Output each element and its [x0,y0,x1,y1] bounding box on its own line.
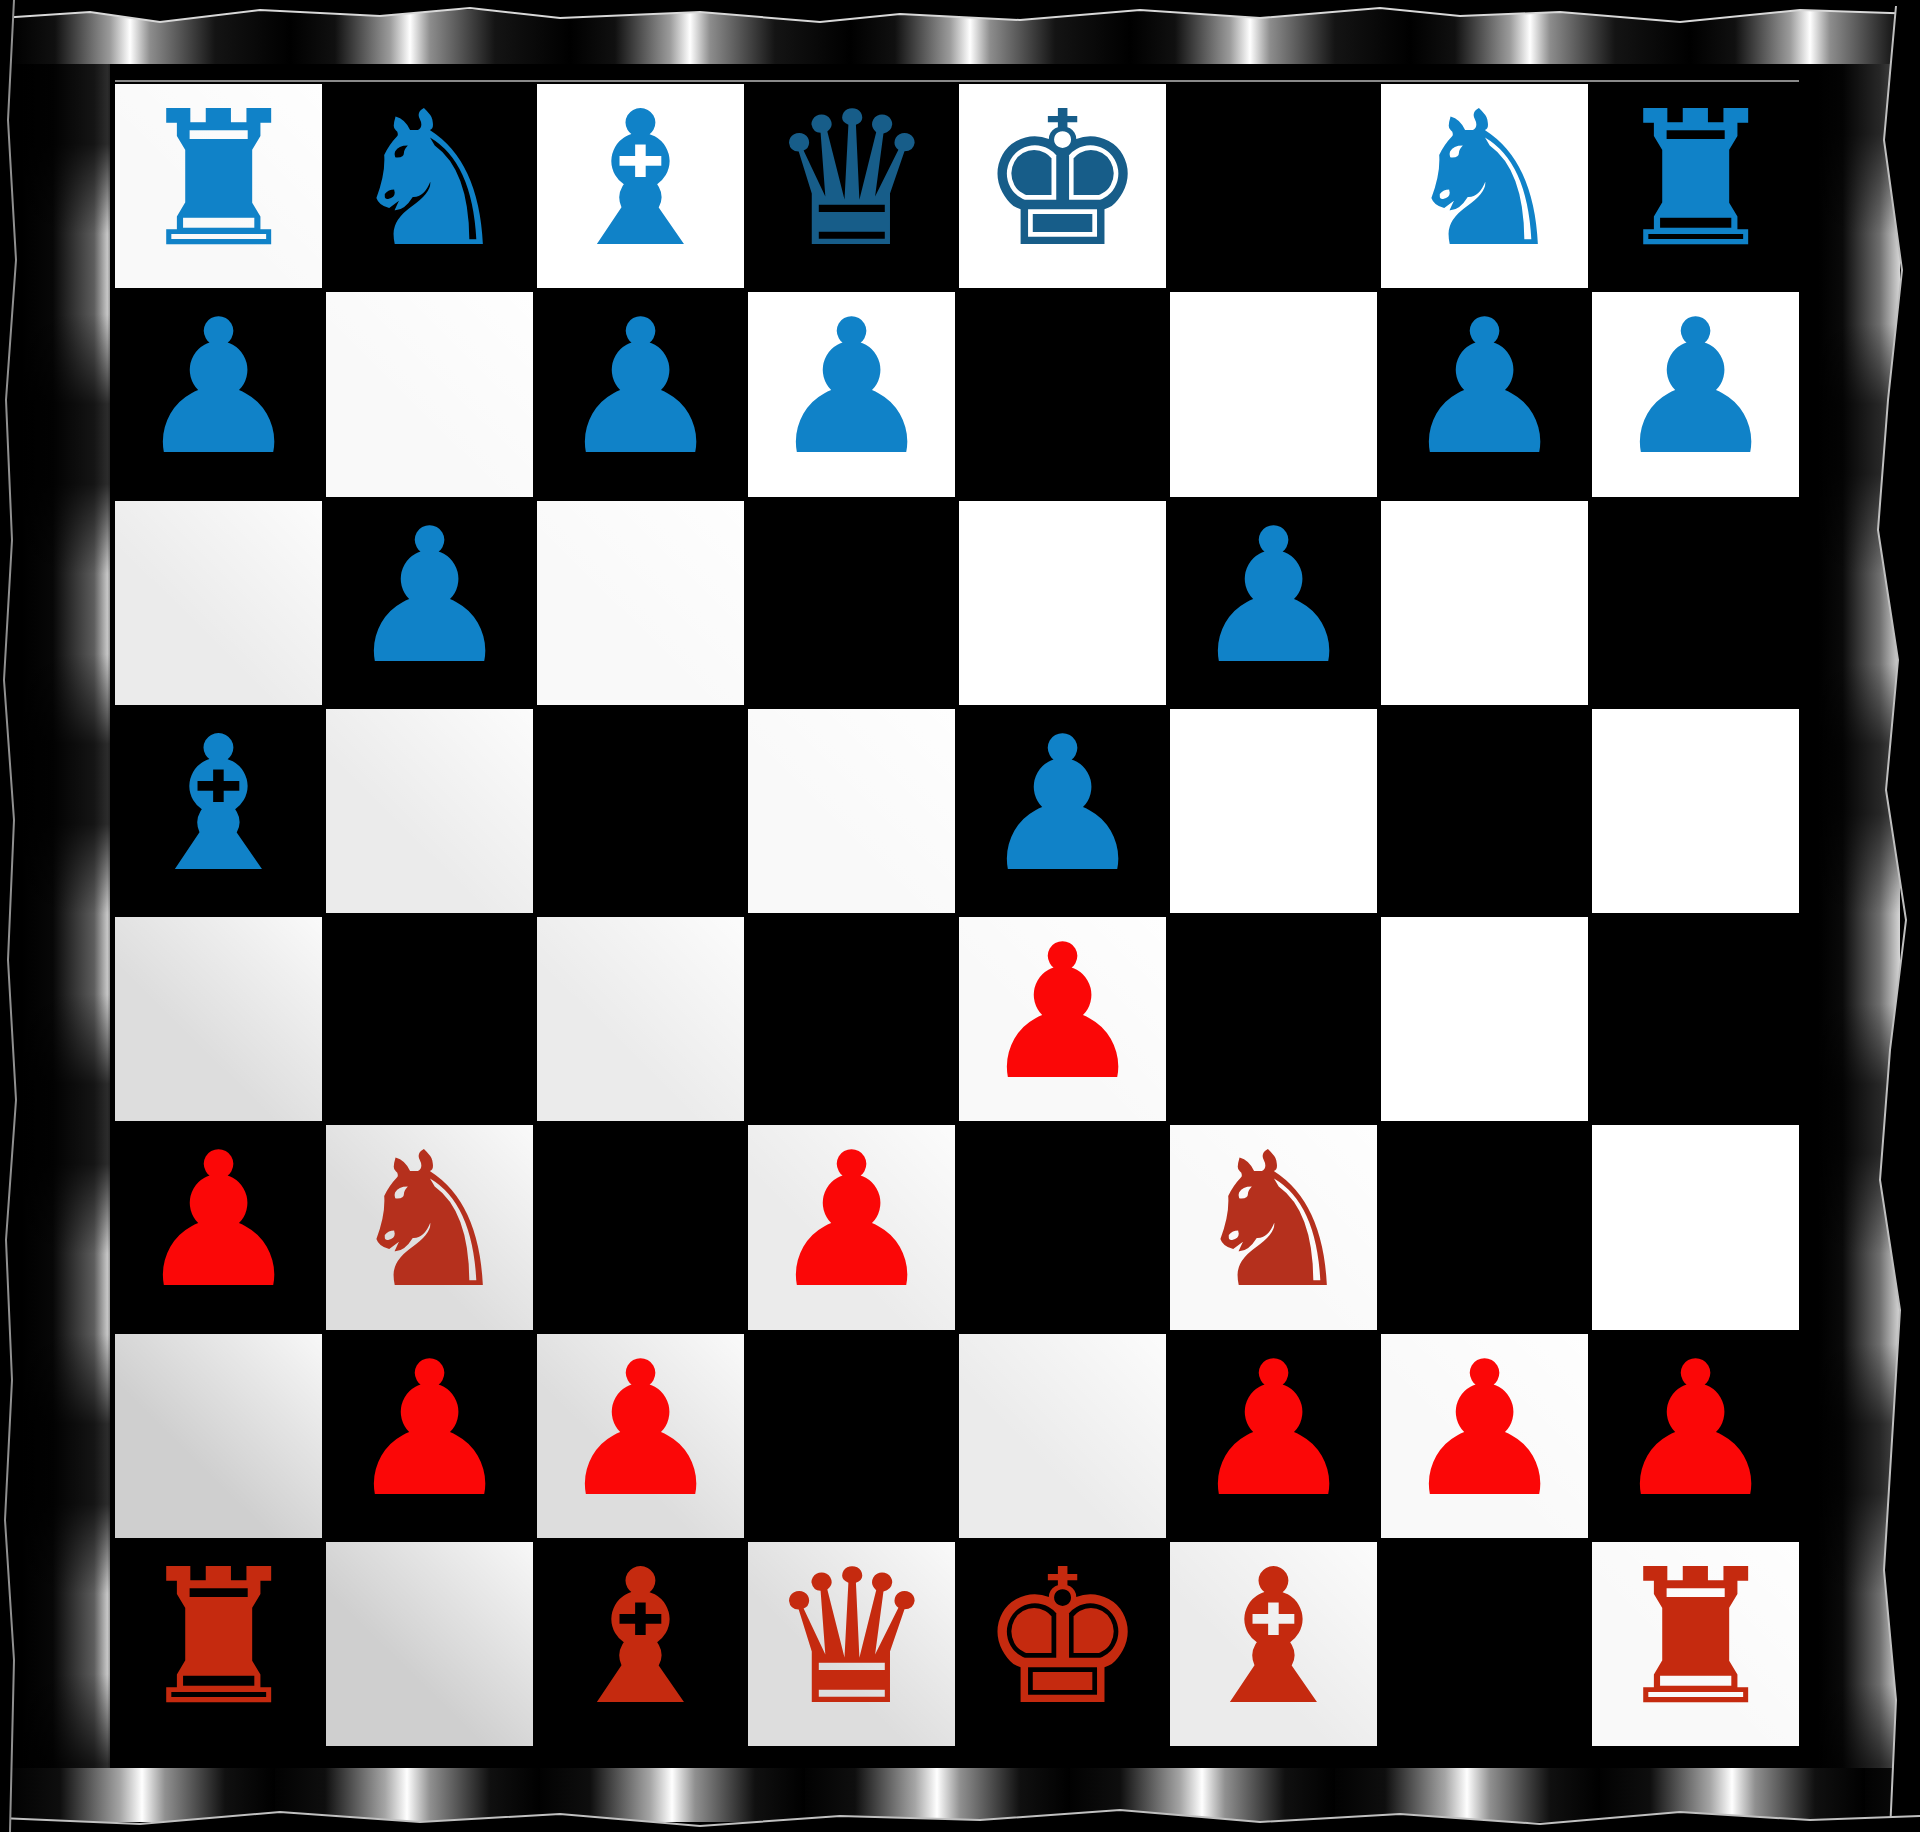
blue-pawn: ♟ [768,295,935,481]
frame-top-metal [10,10,1910,64]
square-h8[interactable]: ♜ [1592,84,1799,288]
square-c3[interactable] [537,1125,744,1329]
square-g3[interactable] [1381,1125,1588,1329]
square-d1[interactable]: ♛ [748,1542,955,1746]
square-g5[interactable] [1381,709,1588,913]
blue-pawn: ♟ [979,712,1146,898]
frame-right-metal [1818,64,1900,1768]
square-b2[interactable]: ♟ [326,1334,533,1538]
square-g8[interactable]: ♞ [1381,84,1588,288]
square-a5[interactable]: ♝ [115,709,322,913]
square-a7[interactable]: ♟ [115,292,322,496]
square-d3[interactable]: ♟ [748,1125,955,1329]
red-pawn: ♟ [1401,1337,1568,1523]
square-h2[interactable]: ♟ [1592,1334,1799,1538]
blue-rook: ♜ [1612,87,1779,273]
blue-queen: ♛ [768,87,935,273]
blue-pawn: ♟ [1190,504,1357,690]
red-pawn: ♟ [346,1337,513,1523]
frame-bottom-metal [10,1768,1910,1822]
square-c2[interactable]: ♟ [537,1334,744,1538]
red-pawn: ♟ [135,1128,302,1314]
square-h4[interactable] [1592,917,1799,1121]
red-rook: ♜ [135,1545,302,1731]
square-d6[interactable] [748,501,955,705]
blue-rook: ♜ [135,87,302,273]
red-bishop: ♝ [1190,1545,1357,1731]
square-f7[interactable] [1170,292,1377,496]
red-pawn: ♟ [768,1128,935,1314]
blue-knight: ♞ [1401,87,1568,273]
square-h7[interactable]: ♟ [1592,292,1799,496]
square-c7[interactable]: ♟ [537,292,744,496]
blue-pawn: ♟ [557,295,724,481]
square-e3[interactable] [959,1125,1166,1329]
square-h1[interactable]: ♜ [1592,1542,1799,1746]
red-rook: ♜ [1612,1545,1779,1731]
square-h3[interactable] [1592,1125,1799,1329]
square-b5[interactable] [326,709,533,913]
square-g7[interactable]: ♟ [1381,292,1588,496]
red-queen: ♛ [768,1545,935,1731]
square-d5[interactable] [748,709,955,913]
square-b4[interactable] [326,917,533,1121]
square-e8[interactable]: ♚ [959,84,1166,288]
square-b8[interactable]: ♞ [326,84,533,288]
board-top-edge-line [115,80,1799,82]
blue-pawn: ♟ [1401,295,1568,481]
blue-pawn: ♟ [346,504,513,690]
blue-pawn: ♟ [1612,295,1779,481]
square-c6[interactable] [537,501,744,705]
blue-bishop: ♝ [135,712,302,898]
red-bishop: ♝ [557,1545,724,1731]
square-d8[interactable]: ♛ [748,84,955,288]
blue-knight: ♞ [346,87,513,273]
square-f6[interactable]: ♟ [1170,501,1377,705]
square-h6[interactable] [1592,501,1799,705]
square-a6[interactable] [115,501,322,705]
square-f8[interactable] [1170,84,1377,288]
square-d7[interactable]: ♟ [748,292,955,496]
blue-pawn: ♟ [135,295,302,481]
frame-left-metal [22,64,110,1768]
square-a3[interactable]: ♟ [115,1125,322,1329]
red-knight: ♞ [346,1128,513,1314]
red-pawn: ♟ [557,1337,724,1523]
square-e4[interactable]: ♟ [959,917,1166,1121]
square-a4[interactable] [115,917,322,1121]
chess-diagram: ♜♞♝♛♚♞♜♟♟♟♟♟♟♟♝♟♟♟♞♟♞♟♟♟♟♟♜♝♛♚♝♜ [0,0,1920,1832]
red-king: ♚ [979,1545,1146,1731]
square-c5[interactable] [537,709,744,913]
square-d2[interactable] [748,1334,955,1538]
square-a2[interactable] [115,1334,322,1538]
square-c4[interactable] [537,917,744,1121]
square-g1[interactable] [1381,1542,1588,1746]
square-e1[interactable]: ♚ [959,1542,1166,1746]
red-pawn: ♟ [1612,1337,1779,1523]
square-f2[interactable]: ♟ [1170,1334,1377,1538]
square-c1[interactable]: ♝ [537,1542,744,1746]
square-h5[interactable] [1592,709,1799,913]
square-e2[interactable] [959,1334,1166,1538]
red-pawn: ♟ [979,920,1146,1106]
square-b6[interactable]: ♟ [326,501,533,705]
square-f5[interactable] [1170,709,1377,913]
square-f3[interactable]: ♞ [1170,1125,1377,1329]
square-f4[interactable] [1170,917,1377,1121]
blue-bishop: ♝ [557,87,724,273]
chess-board: ♜♞♝♛♚♞♜♟♟♟♟♟♟♟♝♟♟♟♞♟♞♟♟♟♟♟♜♝♛♚♝♜ [115,84,1799,1746]
square-a1[interactable]: ♜ [115,1542,322,1746]
square-b7[interactable] [326,292,533,496]
square-b1[interactable] [326,1542,533,1746]
square-f1[interactable]: ♝ [1170,1542,1377,1746]
square-g2[interactable]: ♟ [1381,1334,1588,1538]
square-e7[interactable] [959,292,1166,496]
blue-king: ♚ [979,87,1146,273]
square-g4[interactable] [1381,917,1588,1121]
square-a8[interactable]: ♜ [115,84,322,288]
square-e6[interactable] [959,501,1166,705]
square-g6[interactable] [1381,501,1588,705]
square-d4[interactable] [748,917,955,1121]
square-b3[interactable]: ♞ [326,1125,533,1329]
square-c8[interactable]: ♝ [537,84,744,288]
red-knight: ♞ [1190,1128,1357,1314]
square-e5[interactable]: ♟ [959,709,1166,913]
red-pawn: ♟ [1190,1337,1357,1523]
